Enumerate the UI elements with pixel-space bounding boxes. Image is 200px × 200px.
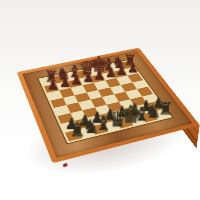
chess-box: ♜♞♝♛♚♝♞♜♟♟♟♟♟♟♟♟♟♟♟♟♟♟♟♟♜♞♝♛♚♝♞♜ <box>17 48 200 163</box>
piece-copper-red-rook: ♜ <box>122 52 134 68</box>
product-photo-chess-set: ♜♞♝♛♚♝♞♜♟♟♟♟♟♟♟♟♟♟♟♟♟♟♟♟♜♞♝♛♚♝♞♜ <box>0 0 200 200</box>
piece-copper-red-queen: ♛ <box>78 59 90 78</box>
latch-icon <box>63 163 68 167</box>
piece-dark-bronze-pawn: ♟ <box>151 96 164 110</box>
square-h4 <box>136 87 152 97</box>
board-inlay-frame: ♜♞♝♛♚♝♞♜♟♟♟♟♟♟♟♟♟♟♟♟♟♟♟♟♜♞♝♛♚♝♞♜ <box>37 59 173 144</box>
scene: ♜♞♝♛♚♝♞♜♟♟♟♟♟♟♟♟♟♟♟♟♟♟♟♟♜♞♝♛♚♝♞♜ <box>0 0 200 200</box>
square-b4 <box>66 102 82 112</box>
board-grid: ♜♞♝♛♚♝♞♜♟♟♟♟♟♟♟♟♟♟♟♟♟♟♟♟♜♞♝♛♚♝♞♜ <box>41 61 170 141</box>
square-d5 <box>86 90 102 100</box>
